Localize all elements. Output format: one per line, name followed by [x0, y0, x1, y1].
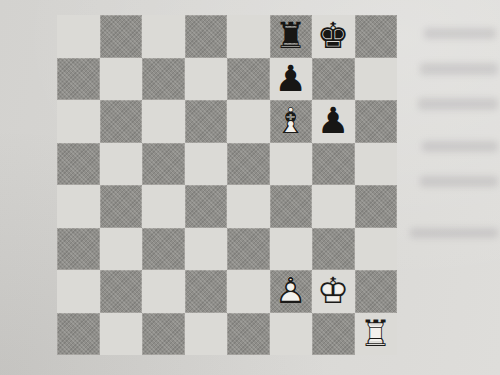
square-d6: [185, 100, 228, 143]
square-a3: [57, 228, 100, 271]
square-e8: [227, 15, 270, 58]
showthrough-line: [424, 28, 496, 39]
square-e1: [227, 313, 270, 356]
square-h2: [355, 270, 398, 313]
square-a7: [57, 58, 100, 101]
square-d8: [185, 15, 228, 58]
square-c7: [142, 58, 185, 101]
white-bishop: ♝♗: [270, 100, 313, 143]
square-d4: [185, 185, 228, 228]
white-pawn-glyph: ♙: [275, 273, 307, 309]
black-rook-glyph: ♜: [275, 18, 307, 54]
square-e4: [227, 185, 270, 228]
square-e3: [227, 228, 270, 271]
square-c4: [142, 185, 185, 228]
square-e7: [227, 58, 270, 101]
square-c2: [142, 270, 185, 313]
square-f1: [270, 313, 313, 356]
chess-board: ♜♚♟♝♗♟♟♙♚♔♜♖: [57, 15, 397, 355]
white-rook: ♜♖: [355, 313, 398, 356]
square-f8: ♜: [270, 15, 313, 58]
square-f3: [270, 228, 313, 271]
square-d1: [185, 313, 228, 356]
square-g5: [312, 143, 355, 186]
square-b6: [100, 100, 143, 143]
square-b8: [100, 15, 143, 58]
white-pawn: ♟♙: [270, 270, 313, 313]
white-king-glyph: ♔: [317, 273, 349, 309]
white-king: ♚♔: [312, 270, 355, 313]
square-a1: [57, 313, 100, 356]
square-g4: [312, 185, 355, 228]
black-pawn-glyph: ♟: [317, 103, 349, 139]
square-b3: [100, 228, 143, 271]
square-d2: [185, 270, 228, 313]
square-c8: [142, 15, 185, 58]
showthrough-line: [410, 228, 498, 238]
square-c5: [142, 143, 185, 186]
square-c6: [142, 100, 185, 143]
square-g6: ♟: [312, 100, 355, 143]
square-e5: [227, 143, 270, 186]
square-d3: [185, 228, 228, 271]
square-e6: [227, 100, 270, 143]
square-h8: [355, 15, 398, 58]
black-pawn: ♟: [312, 100, 355, 143]
square-g1: [312, 313, 355, 356]
square-a2: [57, 270, 100, 313]
square-f2: ♟♙: [270, 270, 313, 313]
square-a5: [57, 143, 100, 186]
square-f4: [270, 185, 313, 228]
square-h6: [355, 100, 398, 143]
square-b4: [100, 185, 143, 228]
square-g7: [312, 58, 355, 101]
showthrough-line: [420, 176, 498, 187]
square-h1: ♜♖: [355, 313, 398, 356]
square-b2: [100, 270, 143, 313]
square-g2: ♚♔: [312, 270, 355, 313]
book-page: ♜♚♟♝♗♟♟♙♚♔♜♖: [0, 0, 500, 375]
square-a8: [57, 15, 100, 58]
square-c1: [142, 313, 185, 356]
square-h3: [355, 228, 398, 271]
square-b5: [100, 143, 143, 186]
showthrough-line: [420, 63, 498, 75]
white-rook-glyph: ♖: [360, 316, 392, 352]
square-d5: [185, 143, 228, 186]
square-g8: ♚: [312, 15, 355, 58]
square-a6: [57, 100, 100, 143]
black-rook: ♜: [270, 15, 313, 58]
square-a4: [57, 185, 100, 228]
square-f7: ♟: [270, 58, 313, 101]
showthrough-line: [418, 98, 498, 110]
square-h7: [355, 58, 398, 101]
square-c3: [142, 228, 185, 271]
square-e2: [227, 270, 270, 313]
square-b1: [100, 313, 143, 356]
black-pawn: ♟: [270, 58, 313, 101]
square-f6: ♝♗: [270, 100, 313, 143]
square-g3: [312, 228, 355, 271]
square-b7: [100, 58, 143, 101]
square-h4: [355, 185, 398, 228]
black-king: ♚: [312, 15, 355, 58]
showthrough-line: [422, 141, 498, 152]
white-bishop-glyph: ♗: [275, 103, 307, 139]
square-f5: [270, 143, 313, 186]
black-king-glyph: ♚: [317, 18, 349, 54]
black-pawn-glyph: ♟: [275, 61, 307, 97]
square-h5: [355, 143, 398, 186]
square-d7: [185, 58, 228, 101]
